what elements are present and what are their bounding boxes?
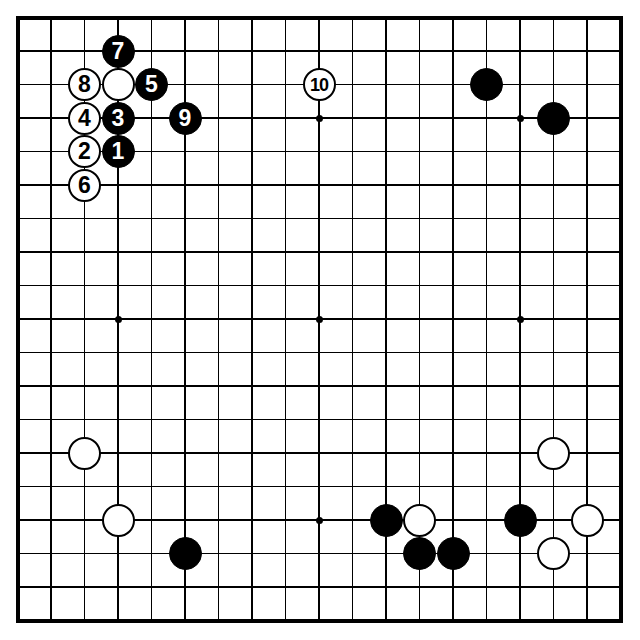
star-point	[517, 115, 524, 122]
move-number-label: 3	[112, 106, 125, 129]
move-number-label: 7	[112, 39, 125, 62]
stone-black[interactable]	[504, 504, 537, 537]
stone-black[interactable]	[370, 504, 403, 537]
move-number-label: 10	[310, 75, 328, 93]
stone-white[interactable]	[403, 504, 436, 537]
move-number-label: 6	[78, 173, 91, 196]
stone-white-move-6[interactable]: 6	[68, 169, 101, 202]
stone-white[interactable]	[537, 437, 570, 470]
intersection-grid: 78543921610	[1, 1, 638, 638]
stone-white[interactable]	[102, 504, 135, 537]
move-number-label: 4	[78, 106, 91, 129]
stone-black-move-9[interactable]: 9	[169, 102, 202, 135]
star-point	[115, 316, 122, 323]
stone-white[interactable]	[68, 437, 101, 470]
stone-black[interactable]	[470, 68, 503, 101]
stone-black[interactable]	[169, 537, 202, 570]
move-number-label: 5	[145, 73, 158, 96]
star-point	[517, 316, 524, 323]
stone-black-move-3[interactable]: 3	[102, 102, 135, 135]
move-number-label: 8	[78, 73, 91, 96]
stone-black-move-1[interactable]: 1	[102, 135, 135, 168]
stone-white[interactable]	[102, 68, 135, 101]
move-number-label: 1	[112, 140, 125, 163]
star-point	[316, 517, 323, 524]
go-diagram-page: 78543921610	[0, 0, 640, 640]
stone-white-move-8[interactable]: 8	[68, 68, 101, 101]
stone-white[interactable]	[571, 504, 604, 537]
move-number-label: 2	[78, 140, 91, 163]
stone-black[interactable]	[537, 102, 570, 135]
stone-black[interactable]	[437, 537, 470, 570]
stone-black-move-5[interactable]: 5	[135, 68, 168, 101]
stone-white-move-2[interactable]: 2	[68, 135, 101, 168]
stone-white[interactable]	[537, 537, 570, 570]
go-board[interactable]: 78543921610	[0, 0, 640, 640]
star-point	[316, 316, 323, 323]
stone-white-move-10[interactable]: 10	[303, 68, 336, 101]
stone-black[interactable]	[403, 537, 436, 570]
stone-white-move-4[interactable]: 4	[68, 102, 101, 135]
stone-black-move-7[interactable]: 7	[102, 35, 135, 68]
star-point	[316, 115, 323, 122]
move-number-label: 9	[179, 106, 192, 129]
